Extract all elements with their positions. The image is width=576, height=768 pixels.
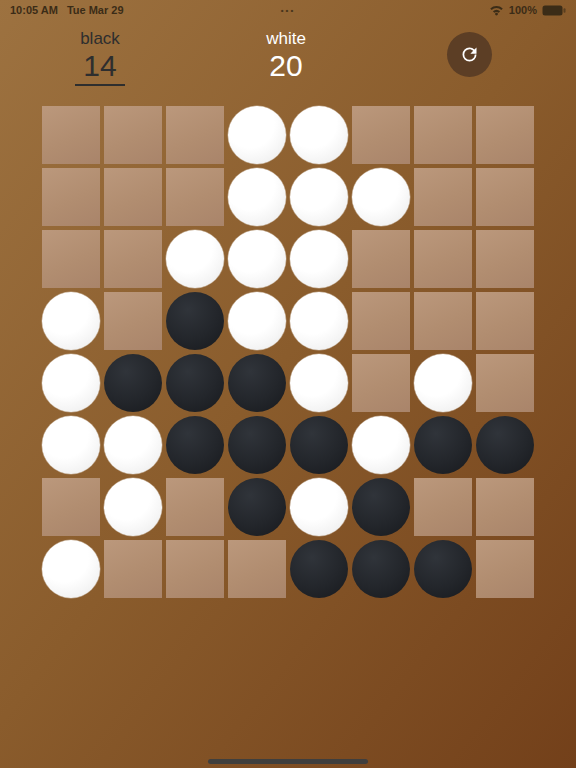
board-cell-e4[interactable] — [290, 292, 348, 350]
black-score-panel: black 14 — [40, 29, 160, 86]
board-cell-g7[interactable] — [414, 478, 472, 536]
white-disc — [42, 416, 100, 474]
board-cell-b7[interactable] — [104, 478, 162, 536]
board-cell-h5[interactable] — [476, 354, 534, 412]
black-disc — [476, 416, 534, 474]
battery-percent: 100% — [509, 4, 537, 16]
board-cell-a4[interactable] — [42, 292, 100, 350]
black-disc — [414, 540, 472, 598]
board-cell-c8[interactable] — [166, 540, 224, 598]
board-cell-a5[interactable] — [42, 354, 100, 412]
board-cell-a8[interactable] — [42, 540, 100, 598]
black-disc — [414, 416, 472, 474]
refresh-icon — [459, 44, 480, 65]
board-cell-f2[interactable] — [352, 168, 410, 226]
board-cell-e6[interactable] — [290, 416, 348, 474]
black-disc — [352, 540, 410, 598]
black-score-value: 14 — [75, 49, 124, 86]
white-disc — [228, 292, 286, 350]
board-cell-a1[interactable] — [42, 106, 100, 164]
board-cell-a3[interactable] — [42, 230, 100, 288]
status-time: 10:05 AM — [10, 4, 58, 16]
black-disc — [166, 354, 224, 412]
board-cell-g4[interactable] — [414, 292, 472, 350]
black-disc — [228, 354, 286, 412]
white-disc — [290, 168, 348, 226]
white-disc — [104, 416, 162, 474]
board-cell-g1[interactable] — [414, 106, 472, 164]
black-disc — [228, 416, 286, 474]
board-cell-d2[interactable] — [228, 168, 286, 226]
board-cell-b5[interactable] — [104, 354, 162, 412]
board-cell-f6[interactable] — [352, 416, 410, 474]
board-cell-b8[interactable] — [104, 540, 162, 598]
board-cell-g5[interactable] — [414, 354, 472, 412]
board-cell-h1[interactable] — [476, 106, 534, 164]
board-cell-c4[interactable] — [166, 292, 224, 350]
white-disc — [42, 540, 100, 598]
white-disc — [166, 230, 224, 288]
board-cell-c7[interactable] — [166, 478, 224, 536]
board-cell-e8[interactable] — [290, 540, 348, 598]
board-cell-d6[interactable] — [228, 416, 286, 474]
board-cell-c6[interactable] — [166, 416, 224, 474]
board-cell-f7[interactable] — [352, 478, 410, 536]
board-cell-f4[interactable] — [352, 292, 410, 350]
board-cell-g2[interactable] — [414, 168, 472, 226]
board-cell-h4[interactable] — [476, 292, 534, 350]
board-cell-e2[interactable] — [290, 168, 348, 226]
white-disc — [42, 354, 100, 412]
board-cell-a7[interactable] — [42, 478, 100, 536]
board-cell-b6[interactable] — [104, 416, 162, 474]
white-disc — [228, 230, 286, 288]
board-cell-c2[interactable] — [166, 168, 224, 226]
white-disc — [42, 292, 100, 350]
board-cell-e7[interactable] — [290, 478, 348, 536]
black-disc — [166, 292, 224, 350]
white-disc — [290, 230, 348, 288]
board-cell-b3[interactable] — [104, 230, 162, 288]
white-disc — [352, 416, 410, 474]
black-score-label: black — [40, 29, 160, 48]
board-cell-d3[interactable] — [228, 230, 286, 288]
board-cell-f1[interactable] — [352, 106, 410, 164]
board — [42, 106, 534, 598]
black-disc — [166, 416, 224, 474]
board-cell-d8[interactable] — [228, 540, 286, 598]
board-cell-f8[interactable] — [352, 540, 410, 598]
wifi-icon — [489, 4, 504, 16]
white-score-value: 20 — [261, 49, 310, 84]
black-disc — [104, 354, 162, 412]
board-cell-c1[interactable] — [166, 106, 224, 164]
black-disc — [290, 416, 348, 474]
board-cell-d4[interactable] — [228, 292, 286, 350]
status-date: Tue Mar 29 — [67, 4, 124, 16]
status-bar: 10:05 AM Tue Mar 29 ••• 100% — [0, 0, 576, 20]
black-disc — [290, 540, 348, 598]
white-disc — [228, 168, 286, 226]
board-cell-a6[interactable] — [42, 416, 100, 474]
white-disc — [290, 478, 348, 536]
board-cell-h6[interactable] — [476, 416, 534, 474]
restart-button[interactable] — [447, 32, 492, 77]
black-disc — [352, 478, 410, 536]
board-cell-d1[interactable] — [228, 106, 286, 164]
white-disc — [352, 168, 410, 226]
home-indicator[interactable] — [208, 759, 368, 764]
white-score-panel: white 20 — [226, 29, 346, 84]
board-cell-b4[interactable] — [104, 292, 162, 350]
board-cell-f5[interactable] — [352, 354, 410, 412]
board-cell-e1[interactable] — [290, 106, 348, 164]
board-cell-g6[interactable] — [414, 416, 472, 474]
white-disc — [414, 354, 472, 412]
white-score-label: white — [226, 29, 346, 48]
multitask-dots-icon: ••• — [281, 6, 295, 15]
white-disc — [290, 292, 348, 350]
white-disc — [104, 478, 162, 536]
board-cell-d5[interactable] — [228, 354, 286, 412]
board-cell-b1[interactable] — [104, 106, 162, 164]
board-cell-f3[interactable] — [352, 230, 410, 288]
board-cell-g8[interactable] — [414, 540, 472, 598]
battery-icon — [542, 5, 566, 16]
board-cell-h8[interactable] — [476, 540, 534, 598]
board-cell-e3[interactable] — [290, 230, 348, 288]
board-cell-g3[interactable] — [414, 230, 472, 288]
board-cell-h2[interactable] — [476, 168, 534, 226]
board-cell-h7[interactable] — [476, 478, 534, 536]
board-cell-h3[interactable] — [476, 230, 534, 288]
white-disc — [228, 106, 286, 164]
black-disc — [228, 478, 286, 536]
white-disc — [290, 354, 348, 412]
board-cell-a2[interactable] — [42, 168, 100, 226]
board-cell-e5[interactable] — [290, 354, 348, 412]
board-cell-b2[interactable] — [104, 168, 162, 226]
board-cell-c5[interactable] — [166, 354, 224, 412]
board-cell-d7[interactable] — [228, 478, 286, 536]
board-cell-c3[interactable] — [166, 230, 224, 288]
white-disc — [290, 106, 348, 164]
